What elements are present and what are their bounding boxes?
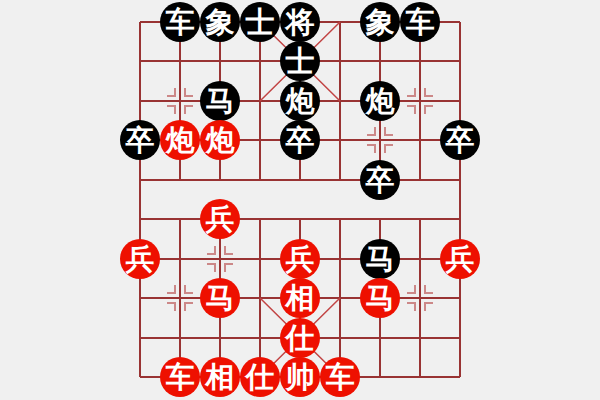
board-point-1-6[interactable]: [160, 239, 200, 279]
marker-corner: [167, 285, 176, 294]
board-point-0-4[interactable]: [120, 160, 160, 200]
marker-corner: [184, 285, 193, 294]
board-point-6-0[interactable]: 象: [360, 2, 400, 42]
piece-red-soldier[interactable]: 兵: [200, 199, 240, 239]
marker-corner: [407, 105, 416, 114]
board-point-7-1[interactable]: [400, 42, 440, 82]
board-point-1-2[interactable]: [160, 81, 200, 121]
marker-corner: [184, 105, 193, 114]
marker-corner: [167, 302, 176, 311]
board-point-4-6[interactable]: 兵: [280, 239, 320, 279]
position-marker: [207, 246, 233, 272]
board-point-5-3[interactable]: [320, 121, 360, 161]
piece-red-soldier[interactable]: 兵: [440, 239, 480, 279]
marker-corner: [184, 302, 193, 311]
board-point-8-0[interactable]: [440, 2, 480, 42]
board-point-4-9[interactable]: 帅: [280, 358, 320, 398]
board-point-2-8[interactable]: [200, 318, 240, 358]
board-point-8-2[interactable]: [440, 81, 480, 121]
board-point-2-0[interactable]: 象: [200, 2, 240, 42]
board-point-6-2[interactable]: 炮: [360, 81, 400, 121]
piece-red-soldier[interactable]: 兵: [280, 239, 320, 279]
board-point-5-6[interactable]: [320, 239, 360, 279]
board-point-4-7[interactable]: 相: [280, 279, 320, 319]
board-point-2-6[interactable]: [200, 239, 240, 279]
position-marker: [367, 127, 393, 153]
board-point-0-5[interactable]: [120, 200, 160, 240]
board-point-0-0[interactable]: [120, 2, 160, 42]
board-point-0-7[interactable]: [120, 279, 160, 319]
board-point-1-0[interactable]: 车: [160, 2, 200, 42]
position-marker: [167, 285, 193, 311]
board-point-8-8[interactable]: [440, 318, 480, 358]
board-point-4-4[interactable]: [280, 160, 320, 200]
board-point-7-6[interactable]: [400, 239, 440, 279]
marker-corner: [407, 302, 416, 311]
piece-black-soldier[interactable]: 卒: [440, 120, 480, 160]
board-point-0-3[interactable]: 卒: [120, 121, 160, 161]
piece-red-horse[interactable]: 马: [200, 278, 240, 318]
piece-black-horse[interactable]: 马: [360, 239, 400, 279]
board-point-4-0[interactable]: 将: [280, 2, 320, 42]
marker-corner: [224, 246, 233, 255]
board-point-3-5[interactable]: [240, 200, 280, 240]
board-point-3-6[interactable]: [240, 239, 280, 279]
piece-black-elephant[interactable]: 象: [200, 2, 240, 42]
board-point-6-4[interactable]: 卒: [360, 160, 400, 200]
board-point-3-1[interactable]: [240, 42, 280, 82]
piece-red-elephant[interactable]: 相: [200, 357, 240, 397]
piece-red-advisor[interactable]: 仕: [240, 357, 280, 397]
board-point-7-5[interactable]: [400, 200, 440, 240]
board-point-4-1[interactable]: 士: [280, 42, 320, 82]
board-point-8-9[interactable]: [440, 358, 480, 398]
marker-corner: [184, 88, 193, 97]
board-point-3-0[interactable]: 士: [240, 2, 280, 42]
board-point-0-9[interactable]: [120, 358, 160, 398]
piece-red-chariot[interactable]: 车: [160, 357, 200, 397]
board-point-0-6[interactable]: 兵: [120, 239, 160, 279]
board-point-2-3[interactable]: 炮: [200, 121, 240, 161]
xiangqi-board: 车象士将象车士马炮炮卒炮炮卒卒卒兵兵兵马兵马相马仕车相仕帅车: [120, 2, 480, 397]
board-point-2-4[interactable]: [200, 160, 240, 200]
board-point-8-6[interactable]: 兵: [440, 239, 480, 279]
position-marker: [407, 88, 433, 114]
piece-black-cannon[interactable]: 炮: [360, 81, 400, 121]
board-point-3-2[interactable]: [240, 81, 280, 121]
marker-corner: [407, 88, 416, 97]
board-point-6-6[interactable]: 马: [360, 239, 400, 279]
board-point-4-8[interactable]: 仕: [280, 318, 320, 358]
board-point-2-7[interactable]: 马: [200, 279, 240, 319]
board-point-0-2[interactable]: [120, 81, 160, 121]
board-point-1-9[interactable]: 车: [160, 358, 200, 398]
board-point-7-4[interactable]: [400, 160, 440, 200]
board-point-6-1[interactable]: [360, 42, 400, 82]
marker-corner: [207, 246, 216, 255]
board-point-1-3[interactable]: 炮: [160, 121, 200, 161]
piece-red-cannon[interactable]: 炮: [200, 120, 240, 160]
piece-red-chariot[interactable]: 车: [320, 357, 360, 397]
board-point-7-3[interactable]: [400, 121, 440, 161]
board-point-2-9[interactable]: 相: [200, 358, 240, 398]
piece-black-soldier[interactable]: 卒: [280, 120, 320, 160]
board-point-6-5[interactable]: [360, 200, 400, 240]
marker-corner: [384, 144, 393, 153]
piece-red-advisor[interactable]: 仕: [280, 318, 320, 358]
marker-corner: [367, 127, 376, 136]
piece-red-elephant[interactable]: 相: [280, 278, 320, 318]
board-point-6-7[interactable]: 马: [360, 279, 400, 319]
board-point-1-4[interactable]: [160, 160, 200, 200]
board-point-6-3[interactable]: [360, 121, 400, 161]
piece-black-advisor[interactable]: 士: [280, 41, 320, 81]
marker-corner: [167, 88, 176, 97]
piece-black-horse[interactable]: 马: [200, 81, 240, 121]
board-point-2-1[interactable]: [200, 42, 240, 82]
board-point-5-5[interactable]: [320, 200, 360, 240]
piece-black-soldier[interactable]: 卒: [360, 160, 400, 200]
board-point-7-0[interactable]: 车: [400, 2, 440, 42]
board-point-6-8[interactable]: [360, 318, 400, 358]
position-marker: [407, 285, 433, 311]
marker-corner: [424, 88, 433, 97]
board-point-5-7[interactable]: [320, 279, 360, 319]
piece-black-chariot[interactable]: 车: [160, 2, 200, 42]
board-point-5-4[interactable]: [320, 160, 360, 200]
marker-corner: [424, 302, 433, 311]
piece-black-general[interactable]: 将: [280, 2, 320, 42]
board-point-5-9[interactable]: 车: [320, 358, 360, 398]
piece-black-elephant[interactable]: 象: [360, 2, 400, 42]
board-point-8-7[interactable]: [440, 279, 480, 319]
board-point-6-9[interactable]: [360, 358, 400, 398]
board-point-7-2[interactable]: [400, 81, 440, 121]
board-point-5-0[interactable]: [320, 2, 360, 42]
marker-corner: [424, 285, 433, 294]
marker-corner: [407, 285, 416, 294]
marker-corner: [367, 144, 376, 153]
board-point-3-8[interactable]: [240, 318, 280, 358]
board-point-7-8[interactable]: [400, 318, 440, 358]
board-point-8-4[interactable]: [440, 160, 480, 200]
board-point-4-2[interactable]: 炮: [280, 81, 320, 121]
position-marker: [167, 88, 193, 114]
board-point-2-2[interactable]: 马: [200, 81, 240, 121]
piece-black-advisor[interactable]: 士: [240, 2, 280, 42]
board-point-0-1[interactable]: [120, 42, 160, 82]
board-point-7-9[interactable]: [400, 358, 440, 398]
board-point-8-3[interactable]: 卒: [440, 121, 480, 161]
piece-red-general[interactable]: 帅: [280, 357, 320, 397]
board-point-5-8[interactable]: [320, 318, 360, 358]
board-point-1-7[interactable]: [160, 279, 200, 319]
piece-black-cannon[interactable]: 炮: [280, 81, 320, 121]
piece-red-soldier[interactable]: 兵: [120, 239, 160, 279]
board-point-3-3[interactable]: [240, 121, 280, 161]
board-point-4-3[interactable]: 卒: [280, 121, 320, 161]
board-point-1-5[interactable]: [160, 200, 200, 240]
xiangqi-app: 车象士将象车士马炮炮卒炮炮卒卒卒兵兵兵马兵马相马仕车相仕帅车: [0, 0, 600, 400]
board-point-3-7[interactable]: [240, 279, 280, 319]
marker-corner: [207, 263, 216, 272]
marker-corner: [167, 105, 176, 114]
board-point-4-5[interactable]: [280, 200, 320, 240]
board-point-1-1[interactable]: [160, 42, 200, 82]
board-point-5-1[interactable]: [320, 42, 360, 82]
piece-red-cannon[interactable]: 炮: [160, 120, 200, 160]
board-point-3-4[interactable]: [240, 160, 280, 200]
marker-corner: [224, 263, 233, 272]
board-point-1-8[interactable]: [160, 318, 200, 358]
board-point-8-1[interactable]: [440, 42, 480, 82]
piece-black-soldier[interactable]: 卒: [120, 120, 160, 160]
board-point-8-5[interactable]: [440, 200, 480, 240]
marker-corner: [424, 105, 433, 114]
piece-black-chariot[interactable]: 车: [400, 2, 440, 42]
board-point-3-9[interactable]: 仕: [240, 358, 280, 398]
board-point-2-5[interactable]: 兵: [200, 200, 240, 240]
board-point-5-2[interactable]: [320, 81, 360, 121]
board-point-0-8[interactable]: [120, 318, 160, 358]
marker-corner: [384, 127, 393, 136]
board-point-7-7[interactable]: [400, 279, 440, 319]
piece-red-horse[interactable]: 马: [360, 278, 400, 318]
